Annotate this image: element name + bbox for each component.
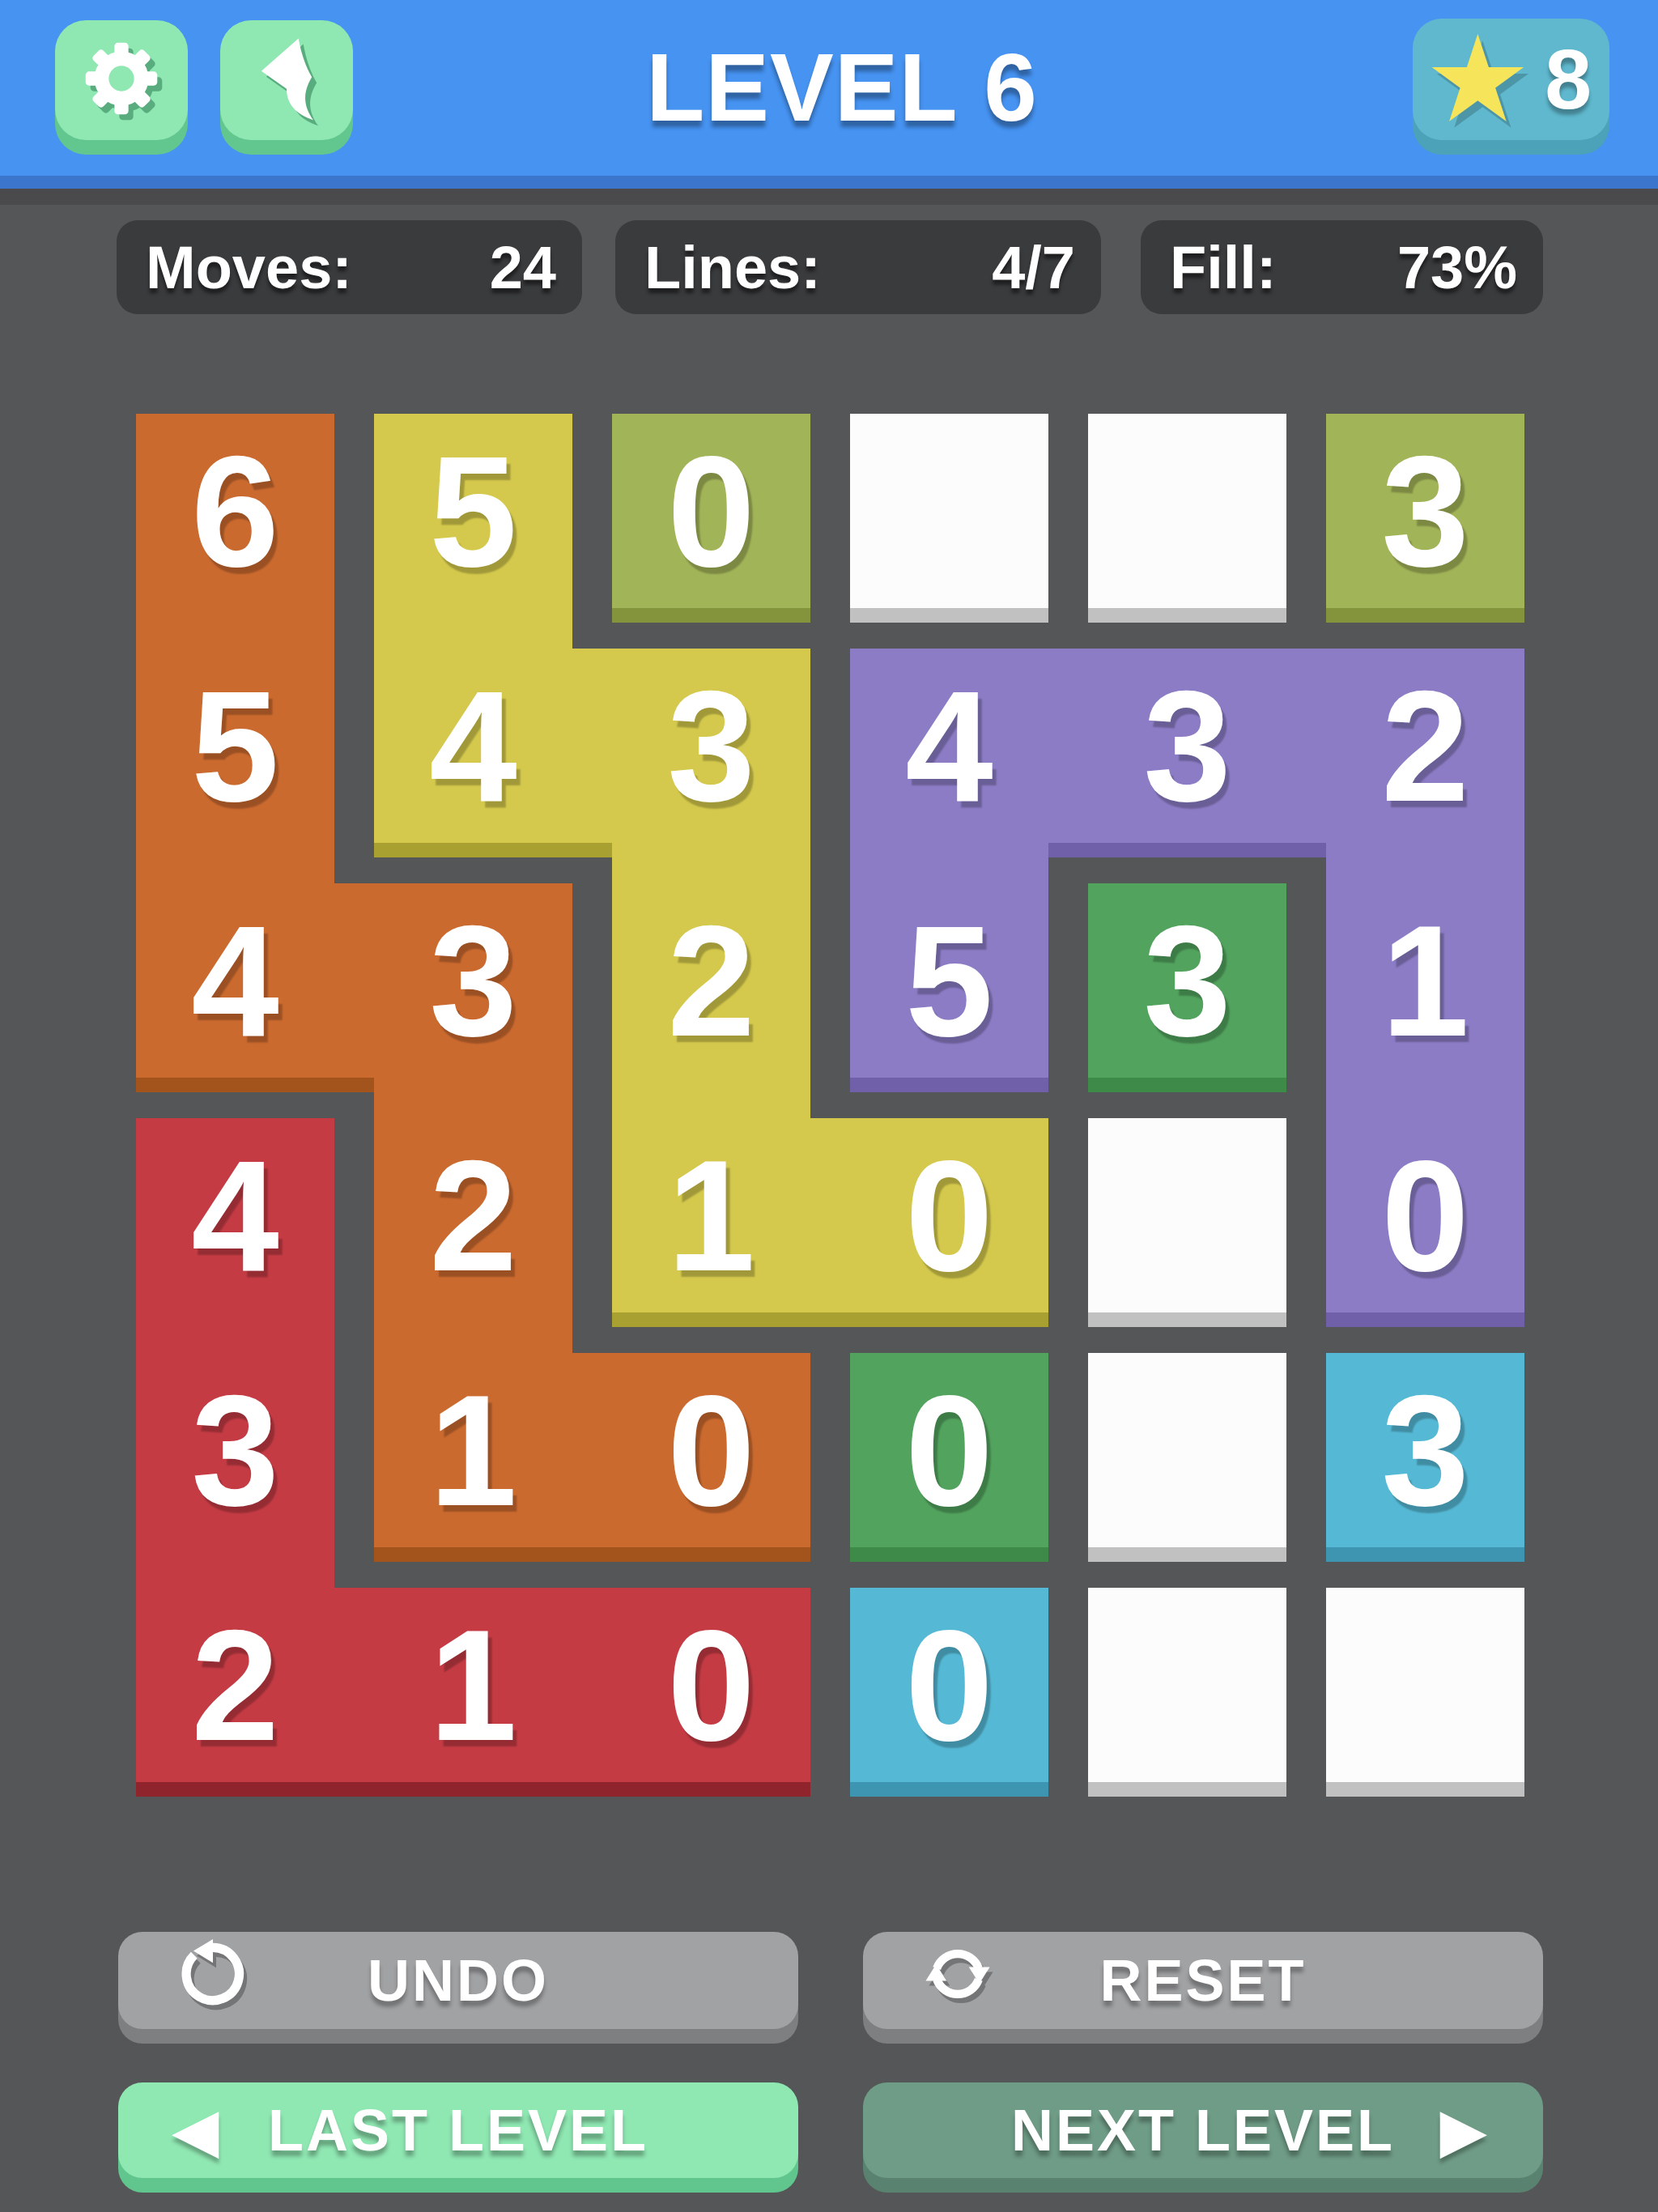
path-link-edge <box>1286 843 1326 857</box>
path-link <box>136 843 334 883</box>
path-link <box>136 608 334 649</box>
cell-r5c5-edge <box>1088 1547 1286 1562</box>
path-link <box>136 1312 334 1353</box>
fill-value: 73% <box>1397 233 1517 302</box>
cell-r6c1-edge <box>136 1782 334 1797</box>
cell-r3c1[interactable]: 4 <box>136 883 334 1078</box>
cell-value: 5 <box>191 649 278 843</box>
level-title: LEVEL 6 <box>646 32 1038 143</box>
path-link <box>374 608 572 649</box>
cell-r6c2[interactable]: 1 <box>374 1588 572 1782</box>
cell-value: 1 <box>667 1118 755 1312</box>
cell-r5c3[interactable]: 0 <box>612 1353 810 1547</box>
reset-label: RESET <box>1099 1947 1306 2014</box>
right-triangle-icon: ▶ <box>1440 2099 1490 2161</box>
moves-label: Moves: <box>146 233 352 302</box>
cell-value: 0 <box>667 414 755 608</box>
cell-r2c6[interactable]: 2 <box>1326 649 1524 843</box>
cell-r6c5[interactable] <box>1088 1588 1286 1782</box>
path-link-edge <box>572 843 612 857</box>
cell-r3c3[interactable]: 2 <box>612 883 810 1078</box>
cell-value: 2 <box>1381 649 1469 843</box>
settings-button[interactable] <box>55 20 188 140</box>
cell-value: 2 <box>667 883 755 1078</box>
cell-r6c6-edge <box>1326 1782 1524 1797</box>
path-link-edge <box>572 1547 612 1562</box>
moves-value: 24 <box>490 233 556 302</box>
star-counter: ★ 8 <box>1413 19 1609 140</box>
cell-r3c1-edge <box>136 1078 334 1092</box>
cell-value: 0 <box>905 1353 993 1547</box>
cell-r5c4-edge <box>850 1547 1048 1562</box>
moves-stat: Moves: 24 <box>117 220 582 314</box>
undo-circular-arrow-icon <box>178 1939 248 2022</box>
cell-r5c2[interactable]: 1 <box>374 1353 572 1547</box>
cell-value: 3 <box>191 1353 278 1547</box>
lines-stat: Lines: 4/7 <box>615 220 1101 314</box>
path-link <box>612 1078 810 1118</box>
cell-r4c2[interactable]: 2 <box>374 1118 572 1312</box>
cell-r6c3[interactable]: 0 <box>612 1588 810 1782</box>
game-screen: LEVEL 6 ★ 8 Moves: 24 Lines: 4/7 Fill: 7… <box>0 0 1658 2212</box>
cell-value: 5 <box>905 883 993 1078</box>
path-link-edge <box>572 1782 612 1797</box>
cell-value: 4 <box>191 883 278 1078</box>
cell-r2c4[interactable]: 4 <box>850 649 1048 843</box>
cell-r6c5-edge <box>1088 1782 1286 1797</box>
cell-r3c5-edge <box>1088 1078 1286 1092</box>
cell-r6c6[interactable] <box>1326 1588 1524 1782</box>
path-link-edge <box>334 1782 374 1797</box>
path-link <box>374 1312 572 1353</box>
cell-r1c4[interactable] <box>850 414 1048 608</box>
cell-r5c6-edge <box>1326 1547 1524 1562</box>
cell-r2c3[interactable]: 3 <box>612 649 810 843</box>
path-link-edge <box>334 1078 374 1092</box>
cell-r1c1[interactable]: 6 <box>136 414 334 608</box>
last-level-label: LAST LEVEL <box>268 2097 648 2163</box>
cell-r5c1[interactable]: 3 <box>136 1353 334 1547</box>
cell-value: 4 <box>191 1118 278 1312</box>
cell-r1c3-edge <box>612 608 810 623</box>
cell-r1c5[interactable] <box>1088 414 1286 608</box>
cell-value: 4 <box>905 649 993 843</box>
cell-value: 6 <box>191 414 278 608</box>
cell-r4c5-edge <box>1088 1312 1286 1327</box>
path-link-edge <box>1048 843 1088 857</box>
cell-r4c3-edge <box>612 1312 810 1327</box>
cell-r2c5[interactable]: 3 <box>1088 649 1286 843</box>
cell-r4c6-edge <box>1326 1312 1524 1327</box>
cell-value: 0 <box>905 1588 993 1782</box>
cell-r5c4[interactable]: 0 <box>850 1353 1048 1547</box>
cell-r3c4[interactable]: 5 <box>850 883 1048 1078</box>
path-link <box>572 1588 612 1782</box>
star-icon: ★ <box>1424 19 1532 140</box>
cell-r6c4[interactable]: 0 <box>850 1588 1048 1782</box>
path-link <box>572 649 612 843</box>
cell-r3c6[interactable]: 1 <box>1326 883 1524 1078</box>
cell-r1c3[interactable]: 0 <box>612 414 810 608</box>
cell-r6c1[interactable]: 2 <box>136 1588 334 1782</box>
cell-r4c4-edge <box>850 1312 1048 1327</box>
cell-r4c1[interactable]: 4 <box>136 1118 334 1312</box>
lines-label: Lines: <box>644 233 821 302</box>
back-undo-button[interactable] <box>220 20 353 140</box>
cell-r6c4-edge <box>850 1782 1048 1797</box>
cell-r3c4-edge <box>850 1078 1048 1092</box>
path-link <box>136 1547 334 1588</box>
path-link <box>810 1118 850 1312</box>
cell-r5c2-edge <box>374 1547 572 1562</box>
cell-r1c6-edge <box>1326 608 1524 623</box>
cell-r4c5[interactable] <box>1088 1118 1286 1312</box>
cell-r4c3[interactable]: 1 <box>612 1118 810 1312</box>
cell-r4c6[interactable]: 0 <box>1326 1118 1524 1312</box>
cell-value: 1 <box>429 1353 517 1547</box>
cell-r1c5-edge <box>1088 608 1286 623</box>
lines-value: 4/7 <box>992 233 1075 302</box>
cell-r5c3-edge <box>612 1547 810 1562</box>
path-link <box>850 843 1048 883</box>
path-link <box>374 1078 572 1118</box>
gear-icon <box>78 35 165 125</box>
path-link <box>1286 649 1326 843</box>
cell-r2c5-edge <box>1088 843 1286 857</box>
cell-value: 2 <box>429 1118 517 1312</box>
cell-value: 0 <box>905 1118 993 1312</box>
left-triangle-icon: ◀ <box>172 2099 221 2161</box>
path-link <box>1326 843 1524 883</box>
top-bar-edge <box>0 176 1658 189</box>
fill-stat: Fill: 73% <box>1141 220 1543 314</box>
cell-value: 2 <box>191 1588 278 1782</box>
cell-r5c6[interactable]: 3 <box>1326 1353 1524 1547</box>
cell-value: 3 <box>667 649 755 843</box>
star-count: 8 <box>1545 32 1592 128</box>
reset-cycle-arrows-icon <box>923 1939 993 2022</box>
cell-r1c4-edge <box>850 608 1048 623</box>
path-link-edge <box>810 1312 850 1327</box>
undo-button[interactable]: UNDO <box>118 1932 798 2029</box>
cell-r1c6[interactable]: 3 <box>1326 414 1524 608</box>
cell-r3c2[interactable]: 3 <box>374 883 572 1078</box>
undo-label: UNDO <box>368 1947 549 2014</box>
cell-value: 3 <box>1381 414 1469 608</box>
next-level-label: NEXT LEVEL <box>1011 2097 1395 2163</box>
cell-value: 0 <box>667 1588 755 1782</box>
cell-value: 3 <box>429 883 517 1078</box>
cell-r3c5[interactable]: 3 <box>1088 883 1286 1078</box>
cell-r1c2[interactable]: 5 <box>374 414 572 608</box>
reset-button[interactable]: RESET <box>863 1932 1543 2029</box>
puzzle-board[interactable]: 650354343243253142100310032100 <box>0 0 1658 2212</box>
cell-r2c2-edge <box>374 843 572 857</box>
cell-value: 0 <box>1381 1118 1469 1312</box>
cell-r5c5[interactable] <box>1088 1353 1286 1547</box>
last-level-button[interactable]: ◀ LAST LEVEL <box>118 2082 798 2178</box>
cell-r2c1[interactable]: 5 <box>136 649 334 843</box>
path-link <box>334 883 374 1078</box>
path-link <box>572 1353 612 1547</box>
cell-value: 3 <box>1143 883 1231 1078</box>
path-link <box>1048 649 1088 843</box>
back-arrow-icon <box>244 34 329 126</box>
fill-label: Fill: <box>1170 233 1277 302</box>
cell-r2c2[interactable]: 4 <box>374 649 572 843</box>
cell-value: 5 <box>429 414 517 608</box>
cell-value: 0 <box>667 1353 755 1547</box>
path-link <box>334 1588 374 1782</box>
cell-value: 1 <box>429 1588 517 1782</box>
cell-value: 4 <box>429 649 517 843</box>
cell-r6c3-edge <box>612 1782 810 1797</box>
cell-r4c4[interactable]: 0 <box>850 1118 1048 1312</box>
path-link <box>1326 1078 1524 1118</box>
cell-value: 3 <box>1143 649 1231 843</box>
cell-value: 3 <box>1381 1353 1469 1547</box>
cell-r6c2-edge <box>374 1782 572 1797</box>
cell-value: 1 <box>1381 883 1469 1078</box>
next-level-button[interactable]: ▶ NEXT LEVEL <box>863 2082 1543 2178</box>
top-bar-shadow <box>0 189 1658 205</box>
path-link <box>612 843 810 883</box>
